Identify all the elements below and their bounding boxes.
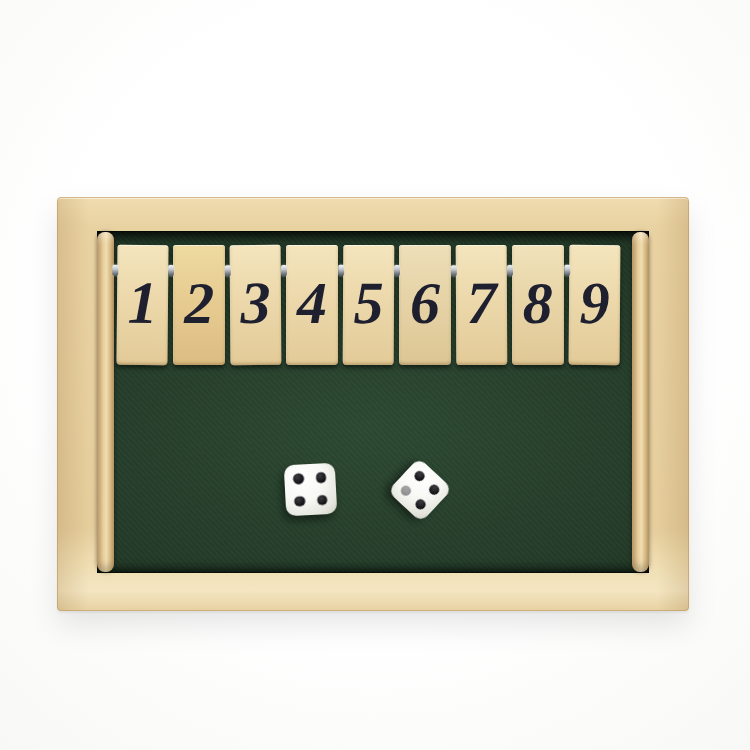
tile-number: 6 <box>410 273 440 337</box>
tile-1[interactable]: 1 <box>116 245 168 365</box>
tile-number: 5 <box>353 273 383 337</box>
tile-8[interactable]: 8 <box>512 245 563 365</box>
tile-number: 2 <box>184 273 214 337</box>
tile-5[interactable]: 5 <box>342 245 394 365</box>
felt-playing-area: 123456789 <box>97 231 649 573</box>
shut-the-box-frame: 123456789 <box>57 197 689 611</box>
tile-9[interactable]: 9 <box>568 245 620 365</box>
left-side-rail <box>97 232 114 572</box>
tile-number: 3 <box>240 273 270 337</box>
die-pip <box>293 473 304 484</box>
right-side-rail <box>632 232 649 572</box>
die-1[interactable] <box>284 463 338 517</box>
die-pip <box>399 484 413 498</box>
die-pip <box>317 494 328 505</box>
tile-6[interactable]: 6 <box>399 245 450 365</box>
tile-number: 7 <box>466 273 496 337</box>
die-pip <box>294 496 305 507</box>
tile-number: 8 <box>523 273 553 337</box>
tile-number: 4 <box>297 273 327 337</box>
die-pip <box>413 469 427 483</box>
die-pip <box>427 483 441 497</box>
tile-7[interactable]: 7 <box>455 245 507 365</box>
tile-2[interactable]: 2 <box>173 245 224 365</box>
tile-4[interactable]: 4 <box>286 245 337 365</box>
die-2[interactable] <box>387 457 452 522</box>
tile-number: 9 <box>579 273 609 337</box>
die-pip <box>414 497 428 511</box>
die-pip <box>315 472 326 483</box>
tile-3[interactable]: 3 <box>229 245 281 365</box>
tile-number: 1 <box>127 273 158 337</box>
photo-stage: 123456789 <box>0 0 750 750</box>
tile-row: 123456789 <box>117 245 620 365</box>
